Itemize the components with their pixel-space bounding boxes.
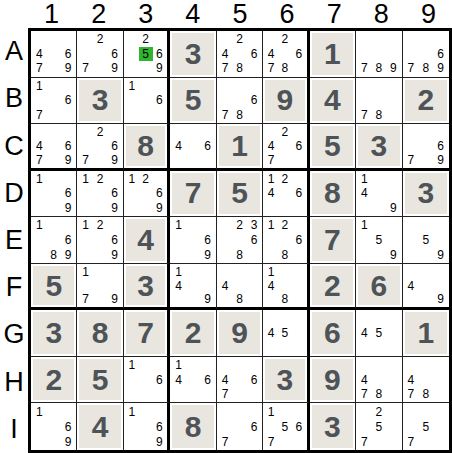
candidate-4 bbox=[125, 419, 139, 434]
candidate-6 bbox=[386, 326, 400, 341]
cell-H8[interactable]: 478 bbox=[356, 357, 402, 404]
col-label-9: 9 bbox=[405, 0, 452, 28]
candidate-6[interactable]: 6 bbox=[107, 47, 121, 62]
candidate-4[interactable]: 4 bbox=[171, 139, 185, 153]
candidate-4[interactable]: 4 bbox=[218, 279, 232, 293]
candidate-1 bbox=[218, 404, 232, 419]
candidate-1[interactable]: 1 bbox=[264, 172, 278, 187]
cell-I4[interactable]: 8 bbox=[170, 403, 216, 450]
candidate-9[interactable]: 9 bbox=[107, 201, 121, 216]
candidate-6[interactable]: 6 bbox=[292, 233, 306, 248]
cell-I3[interactable]: 169 bbox=[124, 403, 170, 450]
cell-A9[interactable]: 6789 bbox=[403, 31, 449, 78]
candidate-7[interactable]: 7 bbox=[218, 434, 232, 449]
candidate-9[interactable]: 9 bbox=[200, 292, 214, 306]
candidate-1[interactable]: 1 bbox=[125, 79, 139, 94]
candidate-8[interactable]: 8 bbox=[232, 108, 246, 123]
candidate-8 bbox=[93, 292, 107, 306]
candidate-2 bbox=[93, 265, 107, 279]
cell-A3[interactable]: 2569 bbox=[124, 31, 170, 78]
cell-C1[interactable]: 4679 bbox=[31, 124, 77, 171]
cell-B9[interactable]: 2 bbox=[403, 78, 449, 125]
cell-B3[interactable]: 16 bbox=[124, 78, 170, 125]
solved-digit: 8 bbox=[79, 312, 120, 354]
candidate-grid: 49 bbox=[403, 264, 449, 308]
candidate-9[interactable]: 9 bbox=[107, 153, 121, 167]
candidate-2 bbox=[372, 311, 386, 326]
candidate-4[interactable]: 4 bbox=[171, 279, 185, 293]
candidate-grid: 169 bbox=[170, 217, 215, 263]
candidate-4[interactable]: 4 bbox=[264, 279, 278, 293]
cell-G9[interactable]: 1 bbox=[403, 310, 449, 357]
candidate-8[interactable]: 8 bbox=[232, 61, 246, 76]
candidate-8[interactable]: 8 bbox=[278, 61, 292, 76]
cell-B7[interactable]: 4 bbox=[310, 78, 356, 125]
candidate-6[interactable]: 6 bbox=[61, 47, 75, 62]
candidate-7[interactable]: 7 bbox=[357, 387, 371, 402]
cell-A7[interactable]: 1 bbox=[310, 31, 356, 78]
cell-C9[interactable]: 679 bbox=[403, 124, 449, 171]
cell-E6[interactable]: 1268 bbox=[263, 217, 309, 264]
row-label-F: F bbox=[0, 264, 28, 311]
cell-D9[interactable]: 3 bbox=[403, 171, 449, 218]
cell-I5[interactable]: 67 bbox=[217, 403, 263, 450]
candidate-2[interactable]: 2 bbox=[232, 32, 246, 47]
cell-H2[interactable]: 5 bbox=[77, 357, 123, 404]
candidate-8[interactable]: 8 bbox=[372, 387, 386, 402]
candidate-8 bbox=[46, 434, 60, 449]
cell-D3[interactable]: 1269 bbox=[124, 171, 170, 218]
candidate-2[interactable]: 2 bbox=[139, 32, 153, 47]
cell-H6[interactable]: 3 bbox=[263, 357, 309, 404]
candidate-6[interactable]: 6 bbox=[153, 372, 167, 387]
cell-H9[interactable]: 478 bbox=[403, 357, 449, 404]
candidate-5[interactable]: 5 bbox=[278, 326, 292, 341]
candidate-8[interactable]: 8 bbox=[372, 61, 386, 76]
candidate-3 bbox=[292, 125, 306, 139]
candidate-9[interactable]: 9 bbox=[107, 61, 121, 76]
cell-C3[interactable]: 8 bbox=[124, 124, 170, 171]
cell-D2[interactable]: 1269 bbox=[77, 171, 123, 218]
candidate-6[interactable]: 6 bbox=[200, 233, 214, 248]
candidate-2[interactable]: 2 bbox=[278, 32, 292, 47]
candidate-9[interactable]: 9 bbox=[433, 292, 448, 306]
cell-G8[interactable]: 45 bbox=[356, 310, 402, 357]
cell-D5[interactable]: 5 bbox=[217, 171, 263, 218]
candidate-7 bbox=[32, 434, 46, 449]
candidate-6[interactable]: 6 bbox=[107, 186, 121, 201]
candidate-3 bbox=[386, 79, 400, 94]
candidate-1[interactable]: 1 bbox=[32, 172, 46, 187]
candidate-7[interactable]: 7 bbox=[357, 61, 371, 76]
candidate-5 bbox=[232, 233, 246, 248]
solved-digit: 5 bbox=[312, 126, 353, 166]
candidate-2[interactable]: 2 bbox=[278, 218, 292, 233]
candidate-4[interactable]: 4 bbox=[264, 326, 278, 341]
candidate-6[interactable]: 6 bbox=[247, 419, 261, 434]
candidate-1[interactable]: 1 bbox=[357, 218, 371, 233]
cell-F2[interactable]: 179 bbox=[77, 264, 123, 311]
cell-H1[interactable]: 2 bbox=[31, 357, 77, 404]
candidate-8[interactable]: 8 bbox=[418, 61, 433, 76]
candidate-2[interactable]: 2 bbox=[93, 32, 107, 47]
candidate-grid: 2569 bbox=[124, 31, 167, 77]
candidate-3 bbox=[292, 172, 306, 187]
candidate-6[interactable]: 6 bbox=[247, 233, 261, 248]
cell-A4[interactable]: 3 bbox=[170, 31, 216, 78]
cell-F7[interactable]: 2 bbox=[310, 264, 356, 311]
candidate-4 bbox=[78, 139, 92, 153]
cell-G6[interactable]: 45 bbox=[263, 310, 309, 357]
cell-E1[interactable]: 1689 bbox=[31, 217, 77, 264]
candidate-6 bbox=[386, 93, 400, 108]
candidate-5[interactable]: 5 bbox=[372, 326, 386, 341]
candidate-7 bbox=[404, 247, 419, 262]
solved-digit: 1 bbox=[312, 33, 353, 75]
candidate-4[interactable]: 4 bbox=[357, 186, 371, 201]
candidate-6[interactable]: 6 bbox=[107, 233, 121, 248]
cell-G7[interactable]: 6 bbox=[310, 310, 356, 357]
candidate-7[interactable]: 7 bbox=[218, 387, 232, 402]
cell-H3[interactable]: 16 bbox=[124, 357, 170, 404]
cell-D6[interactable]: 1246 bbox=[263, 171, 309, 218]
candidate-9[interactable]: 9 bbox=[433, 247, 448, 262]
candidate-6[interactable]: 6 bbox=[153, 186, 167, 201]
cell-I2[interactable]: 4 bbox=[77, 403, 123, 450]
candidate-6[interactable]: 6 bbox=[200, 139, 214, 153]
cell-A5[interactable]: 24678 bbox=[217, 31, 263, 78]
candidate-9[interactable]: 9 bbox=[386, 247, 400, 262]
candidate-1 bbox=[218, 265, 232, 279]
candidate-8 bbox=[372, 201, 386, 216]
candidate-1[interactable]: 1 bbox=[171, 358, 185, 373]
solved-digit: 7 bbox=[172, 173, 213, 215]
cell-B8[interactable]: 78 bbox=[356, 78, 402, 125]
candidate-3[interactable]: 3 bbox=[247, 218, 261, 233]
candidate-1[interactable]: 1 bbox=[264, 265, 278, 279]
candidate-8[interactable]: 8 bbox=[278, 247, 292, 262]
candidate-grid: 48 bbox=[217, 264, 262, 308]
candidate-7[interactable]: 7 bbox=[404, 434, 419, 449]
candidate-2 bbox=[186, 125, 200, 139]
cell-I6[interactable]: 1567 bbox=[263, 403, 309, 450]
candidate-2[interactable]: 2 bbox=[372, 404, 386, 419]
cell-B1[interactable]: 167 bbox=[31, 78, 77, 125]
candidate-9 bbox=[200, 153, 214, 167]
candidate-9 bbox=[386, 108, 400, 123]
candidate-8 bbox=[418, 247, 433, 262]
candidate-8 bbox=[418, 153, 433, 167]
cell-E4[interactable]: 169 bbox=[170, 217, 216, 264]
candidate-1[interactable]: 1 bbox=[264, 218, 278, 233]
candidate-8[interactable]: 8 bbox=[46, 247, 60, 262]
candidate-4[interactable]: 4 bbox=[171, 372, 185, 387]
candidate-3 bbox=[433, 265, 448, 279]
candidate-9[interactable]: 9 bbox=[153, 61, 167, 76]
cell-C4[interactable]: 46 bbox=[170, 124, 216, 171]
candidate-4[interactable]: 4 bbox=[404, 372, 419, 387]
candidate-6[interactable]: 6 bbox=[247, 93, 261, 108]
candidate-9[interactable]: 9 bbox=[61, 201, 75, 216]
cell-I7[interactable]: 3 bbox=[310, 403, 356, 450]
cell-G3[interactable]: 7 bbox=[124, 310, 170, 357]
candidate-7[interactable]: 7 bbox=[78, 61, 92, 76]
cell-E5[interactable]: 2368 bbox=[217, 217, 263, 264]
candidate-6[interactable]: 6 bbox=[61, 233, 75, 248]
candidate-7[interactable]: 7 bbox=[218, 61, 232, 76]
cell-E9[interactable]: 59 bbox=[403, 217, 449, 264]
solved-digit: 5 bbox=[172, 80, 213, 122]
candidate-6[interactable]: 6 bbox=[433, 47, 448, 62]
cell-F6[interactable]: 148 bbox=[263, 264, 309, 311]
candidate-7[interactable]: 7 bbox=[264, 61, 278, 76]
cell-G4[interactable]: 2 bbox=[170, 310, 216, 357]
candidate-6[interactable]: 6 bbox=[433, 139, 448, 153]
candidate-2[interactable]: 2 bbox=[93, 172, 107, 187]
candidate-9[interactable]: 9 bbox=[386, 201, 400, 216]
candidate-8[interactable]: 8 bbox=[232, 292, 246, 306]
candidate-5[interactable]: 5 bbox=[372, 233, 386, 248]
candidate-8[interactable]: 8 bbox=[372, 108, 386, 123]
candidate-9[interactable]: 9 bbox=[200, 247, 214, 262]
candidate-1[interactable]: 1 bbox=[32, 404, 46, 419]
solved-digit: 1 bbox=[405, 312, 447, 354]
cell-F8[interactable]: 6 bbox=[356, 264, 402, 311]
candidate-1[interactable]: 1 bbox=[32, 218, 46, 233]
candidate-7 bbox=[357, 247, 371, 262]
candidate-7[interactable]: 7 bbox=[78, 153, 92, 167]
candidate-2[interactable]: 2 bbox=[278, 172, 292, 187]
candidate-6[interactable]: 6 bbox=[292, 419, 306, 434]
cell-I9[interactable]: 57 bbox=[403, 403, 449, 450]
candidate-1[interactable]: 1 bbox=[125, 358, 139, 373]
cell-D8[interactable]: 149 bbox=[356, 171, 402, 218]
candidate-4 bbox=[125, 372, 139, 387]
candidate-6[interactable]: 6 bbox=[153, 419, 167, 434]
cell-G1[interactable]: 3 bbox=[31, 310, 77, 357]
candidate-4[interactable]: 4 bbox=[357, 326, 371, 341]
candidate-8 bbox=[186, 292, 200, 306]
candidate-7[interactable]: 7 bbox=[32, 153, 46, 167]
cell-D1[interactable]: 169 bbox=[31, 171, 77, 218]
candidate-6[interactable]: 6 bbox=[61, 186, 75, 201]
candidate-1 bbox=[78, 32, 92, 47]
candidate-4 bbox=[218, 233, 232, 248]
candidate-4 bbox=[125, 47, 139, 62]
candidate-3 bbox=[386, 311, 400, 326]
candidate-6[interactable]: 6 bbox=[153, 47, 167, 62]
cell-C7[interactable]: 5 bbox=[310, 124, 356, 171]
candidate-4[interactable]: 4 bbox=[32, 139, 46, 153]
cell-C6[interactable]: 2467 bbox=[263, 124, 309, 171]
candidate-7[interactable]: 7 bbox=[264, 153, 278, 167]
cell-I8[interactable]: 257 bbox=[356, 403, 402, 450]
cell-C2[interactable]: 2679 bbox=[77, 124, 123, 171]
candidate-6[interactable]: 6 bbox=[292, 186, 306, 201]
candidate-4[interactable]: 4 bbox=[264, 186, 278, 201]
candidate-9[interactable]: 9 bbox=[61, 247, 75, 262]
candidate-1[interactable]: 1 bbox=[171, 265, 185, 279]
cell-E2[interactable]: 1269 bbox=[77, 217, 123, 264]
candidate-7[interactable]: 7 bbox=[218, 108, 232, 123]
candidate-1[interactable]: 1 bbox=[125, 404, 139, 419]
candidate-3 bbox=[292, 32, 306, 47]
candidate-7[interactable]: 7 bbox=[404, 153, 419, 167]
candidate-7 bbox=[125, 387, 139, 402]
cell-C5[interactable]: 1 bbox=[217, 124, 263, 171]
cell-F4[interactable]: 149 bbox=[170, 264, 216, 311]
candidate-7[interactable]: 7 bbox=[264, 434, 278, 449]
cell-B2[interactable]: 3 bbox=[77, 78, 123, 125]
cell-G5[interactable]: 9 bbox=[217, 310, 263, 357]
cell-E3[interactable]: 4 bbox=[124, 217, 170, 264]
candidate-9[interactable]: 9 bbox=[153, 201, 167, 216]
solved-digit: 4 bbox=[312, 80, 353, 122]
candidate-1[interactable]: 1 bbox=[78, 172, 92, 187]
candidate-5 bbox=[372, 47, 386, 62]
candidate-8[interactable]: 8 bbox=[278, 292, 292, 306]
candidate-4[interactable]: 4 bbox=[357, 372, 371, 387]
candidate-9[interactable]: 9 bbox=[107, 247, 121, 262]
candidate-9[interactable]: 9 bbox=[386, 61, 400, 76]
candidate-1[interactable]: 1 bbox=[264, 404, 278, 419]
candidate-5 bbox=[46, 139, 60, 153]
candidate-2 bbox=[418, 358, 433, 373]
cell-H4[interactable]: 146 bbox=[170, 357, 216, 404]
candidate-2 bbox=[418, 404, 433, 419]
solved-digit: 9 bbox=[312, 359, 353, 401]
candidate-7[interactable]: 7 bbox=[78, 292, 92, 306]
candidate-8[interactable]: 8 bbox=[418, 387, 433, 402]
candidate-2 bbox=[139, 358, 153, 373]
candidate-5[interactable]: 5 bbox=[278, 419, 292, 434]
cell-I1[interactable]: 169 bbox=[31, 403, 77, 450]
candidate-1[interactable]: 1 bbox=[32, 79, 46, 94]
candidate-1[interactable]: 1 bbox=[171, 218, 185, 233]
cell-C8[interactable]: 3 bbox=[356, 124, 402, 171]
candidate-5 bbox=[46, 93, 60, 108]
cell-H7[interactable]: 9 bbox=[310, 357, 356, 404]
candidate-grid: 1689 bbox=[31, 217, 76, 263]
cell-H5[interactable]: 467 bbox=[217, 357, 263, 404]
row-labels: ABCDEFGHI bbox=[0, 28, 28, 453]
candidate-6[interactable]: 6 bbox=[61, 139, 75, 153]
candidate-2 bbox=[186, 265, 200, 279]
candidate-8 bbox=[139, 61, 153, 76]
candidate-9[interactable]: 9 bbox=[61, 434, 75, 449]
candidate-7 bbox=[264, 201, 278, 216]
candidate-9[interactable]: 9 bbox=[107, 292, 121, 306]
candidate-9 bbox=[292, 340, 306, 355]
candidate-1[interactable]: 1 bbox=[78, 265, 92, 279]
candidate-7 bbox=[171, 387, 185, 402]
candidate-1[interactable]: 1 bbox=[357, 172, 371, 187]
candidate-5 bbox=[139, 93, 153, 108]
cell-E8[interactable]: 159 bbox=[356, 217, 402, 264]
candidate-5 bbox=[278, 139, 292, 153]
candidate-1[interactable]: 1 bbox=[78, 218, 92, 233]
cell-A8[interactable]: 789 bbox=[356, 31, 402, 78]
candidate-9[interactable]: 9 bbox=[153, 434, 167, 449]
candidate-4[interactable]: 4 bbox=[404, 279, 419, 293]
candidate-6[interactable]: 6 bbox=[61, 93, 75, 108]
candidate-7[interactable]: 7 bbox=[357, 108, 371, 123]
candidate-5[interactable]: 5 bbox=[418, 233, 433, 248]
col-label-2: 2 bbox=[75, 0, 122, 28]
candidate-2[interactable]: 2 bbox=[93, 125, 107, 139]
candidate-1 bbox=[357, 79, 371, 94]
candidate-2[interactable]: 2 bbox=[278, 125, 292, 139]
candidate-7 bbox=[78, 201, 92, 216]
cell-B4[interactable]: 5 bbox=[170, 78, 216, 125]
candidate-grid: 1268 bbox=[263, 217, 306, 263]
candidate-7[interactable]: 7 bbox=[32, 108, 46, 123]
candidate-4[interactable]: 4 bbox=[218, 47, 232, 62]
cell-A2[interactable]: 2679 bbox=[77, 31, 123, 78]
candidate-8[interactable]: 8 bbox=[232, 247, 246, 262]
candidate-6[interactable]: 6 bbox=[153, 93, 167, 108]
candidate-3 bbox=[247, 79, 261, 94]
candidate-9[interactable]: 9 bbox=[61, 61, 75, 76]
candidate-9[interactable]: 9 bbox=[61, 153, 75, 167]
candidate-7[interactable]: 7 bbox=[404, 61, 419, 76]
candidate-6[interactable]: 6 bbox=[61, 419, 75, 434]
candidate-2 bbox=[372, 358, 386, 373]
candidate-6[interactable]: 6 bbox=[247, 47, 261, 62]
candidate-7[interactable]: 7 bbox=[357, 434, 371, 449]
candidate-2[interactable]: 2 bbox=[93, 218, 107, 233]
cell-B6[interactable]: 9 bbox=[263, 78, 309, 125]
cell-D4[interactable]: 7 bbox=[170, 171, 216, 218]
candidate-2[interactable]: 2 bbox=[139, 172, 153, 187]
candidate-6[interactable]: 6 bbox=[292, 139, 306, 153]
row-label-D: D bbox=[0, 170, 28, 217]
cell-G2[interactable]: 8 bbox=[77, 310, 123, 357]
candidate-1 bbox=[218, 218, 232, 233]
cell-F3[interactable]: 3 bbox=[124, 264, 170, 311]
candidate-2[interactable]: 2 bbox=[232, 218, 246, 233]
candidate-7[interactable]: 7 bbox=[404, 387, 419, 402]
candidate-1[interactable]: 1 bbox=[125, 172, 139, 187]
candidate-5[interactable]: 5 bbox=[139, 47, 153, 62]
candidate-9[interactable]: 9 bbox=[433, 153, 448, 167]
candidate-7[interactable]: 7 bbox=[32, 61, 46, 76]
candidate-1 bbox=[404, 218, 419, 233]
candidate-grid: 467 bbox=[217, 357, 262, 403]
candidate-6[interactable]: 6 bbox=[292, 47, 306, 62]
candidate-5[interactable]: 5 bbox=[418, 419, 433, 434]
cell-A1[interactable]: 4679 bbox=[31, 31, 77, 78]
cell-D7[interactable]: 8 bbox=[310, 171, 356, 218]
cell-E7[interactable]: 7 bbox=[310, 217, 356, 264]
cell-F9[interactable]: 49 bbox=[403, 264, 449, 311]
cell-B5[interactable]: 678 bbox=[217, 78, 263, 125]
candidate-6[interactable]: 6 bbox=[107, 139, 121, 153]
candidate-3 bbox=[200, 125, 214, 139]
cell-F5[interactable]: 48 bbox=[217, 264, 263, 311]
candidate-4[interactable]: 4 bbox=[264, 139, 278, 153]
candidate-4[interactable]: 4 bbox=[32, 47, 46, 62]
candidate-3 bbox=[386, 172, 400, 187]
cell-F1[interactable]: 5 bbox=[31, 264, 77, 311]
candidate-4[interactable]: 4 bbox=[218, 372, 232, 387]
candidate-5[interactable]: 5 bbox=[372, 419, 386, 434]
candidate-6[interactable]: 6 bbox=[247, 372, 261, 387]
candidate-4[interactable]: 4 bbox=[264, 47, 278, 62]
candidate-6[interactable]: 6 bbox=[200, 372, 214, 387]
candidate-9[interactable]: 9 bbox=[433, 61, 448, 76]
cell-A6[interactable]: 24678 bbox=[263, 31, 309, 78]
